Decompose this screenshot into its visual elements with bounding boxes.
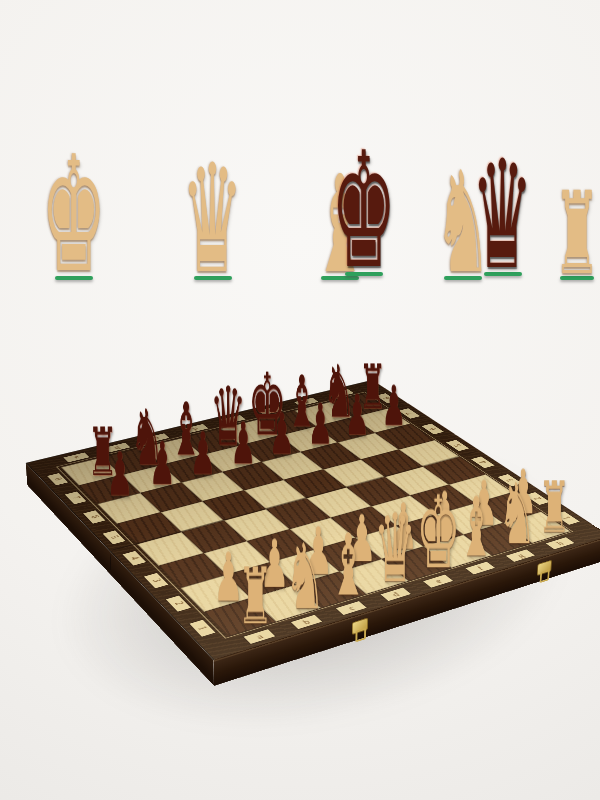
file-label-b: b bbox=[289, 614, 323, 630]
rank-label-4-text: 4 bbox=[478, 460, 489, 464]
white-queen: ♛ bbox=[373, 511, 399, 587]
black-pawn: ♟ bbox=[149, 440, 172, 487]
file-label-f-text: f bbox=[475, 565, 484, 571]
rank-label-4-text: 4 bbox=[128, 556, 140, 561]
dark-piece-set-row: ♚♛♝♞♜♟ bbox=[292, 136, 588, 276]
light-piece-set-row: ♚♛♝♞♜♟ bbox=[2, 140, 288, 280]
rank-label-6-text: 6 bbox=[428, 427, 438, 431]
rank-label-2-text: 2 bbox=[172, 601, 185, 607]
rank-label-7-text: 7 bbox=[70, 496, 81, 500]
white-rook: ♜ bbox=[538, 480, 562, 537]
file-label-h: h bbox=[544, 537, 576, 550]
rank-label-7: 7 bbox=[64, 491, 88, 505]
file-label-f: f bbox=[464, 561, 496, 575]
display-dark-queen: ♛ bbox=[435, 155, 569, 276]
black-pawn: ♟ bbox=[230, 420, 252, 466]
black-pawn: ♟ bbox=[106, 450, 129, 498]
rank-label-6: 6 bbox=[420, 423, 445, 435]
rank-label-1-text: 1 bbox=[196, 625, 209, 631]
file-label-d-text: d bbox=[390, 591, 401, 597]
display-dark-king: ♚ bbox=[292, 147, 435, 276]
black-pawn: ♟ bbox=[381, 384, 402, 428]
rank-label-8: 8 bbox=[46, 473, 70, 486]
file-label-g-text: g bbox=[515, 553, 526, 559]
white-knight: ♞ bbox=[498, 481, 523, 549]
queen-glyph: ♛ bbox=[472, 155, 534, 275]
king-glyph: ♚ bbox=[41, 151, 107, 279]
black-pawn: ♟ bbox=[307, 401, 329, 446]
rank-label-6-text: 6 bbox=[89, 515, 100, 520]
file-label-c: c bbox=[335, 600, 369, 615]
black-pawn: ♟ bbox=[269, 411, 291, 457]
black-pawn: ♟ bbox=[190, 430, 213, 477]
fold-seam-side bbox=[110, 551, 112, 576]
display-dark-bishop: ♝ bbox=[570, 168, 600, 276]
product-photo: ♚♛♝♞♜♟ ♚♛♝♞♜♟ abcdefgh8♜♞♝♛♚♝♞♜87♟♟♟♟♟♟♟… bbox=[0, 0, 600, 800]
rank-label-5-text: 5 bbox=[108, 535, 120, 540]
file-label-c-text: c bbox=[346, 605, 356, 611]
rank-label-2: 2 bbox=[165, 595, 193, 613]
brass-clasp bbox=[352, 617, 369, 635]
file-label-d: d bbox=[379, 587, 412, 602]
file-label-a: a bbox=[242, 628, 277, 644]
white-bishop: ♝ bbox=[329, 532, 355, 600]
file-label-e-text: e bbox=[433, 578, 443, 584]
rank-label-4: 4 bbox=[121, 550, 147, 566]
display-light-king: ♚ bbox=[2, 151, 145, 280]
white-rook: ♜ bbox=[238, 565, 265, 628]
file-label-a-text: a bbox=[73, 455, 81, 460]
file-label-g: g bbox=[505, 549, 537, 563]
file-label-b-text: b bbox=[301, 619, 312, 626]
rank-label-1: 1 bbox=[188, 619, 217, 638]
rank-label-5-text: 5 bbox=[452, 443, 462, 447]
black-pawn: ♟ bbox=[345, 392, 367, 437]
white-pawn: ♟ bbox=[213, 550, 239, 604]
white-king: ♚ bbox=[416, 493, 441, 573]
square-e5 bbox=[283, 469, 346, 498]
display-light-queen: ♛ bbox=[145, 159, 279, 280]
rank-label-8-text: 8 bbox=[52, 477, 63, 481]
rank-label-5: 5 bbox=[101, 530, 127, 545]
file-label-h-text: h bbox=[555, 540, 566, 546]
white-bishop: ♝ bbox=[458, 496, 483, 561]
file-label-e: e bbox=[422, 574, 455, 589]
rank-label-6: 6 bbox=[82, 510, 107, 525]
king-glyph: ♚ bbox=[331, 147, 397, 275]
rank-label-3: 3 bbox=[142, 572, 169, 589]
white-knight: ♞ bbox=[284, 541, 310, 614]
board-scene: abcdefgh8♜♞♝♛♚♝♞♜87♟♟♟♟♟♟♟♟7665544332♟♟♟… bbox=[0, 330, 600, 800]
queen-glyph: ♛ bbox=[182, 159, 244, 279]
brass-clasp bbox=[537, 559, 552, 576]
rank-label-3-text: 3 bbox=[150, 578, 162, 583]
rank-label-7-text: 7 bbox=[404, 412, 414, 416]
file-label-a-text: a bbox=[255, 633, 265, 640]
